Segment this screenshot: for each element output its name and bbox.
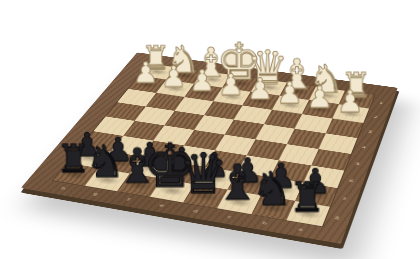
square-a8: ♜ <box>287 201 330 226</box>
rank-label-4: 4 <box>355 138 373 156</box>
chess-board-photo: ♜♞♝♚♛♝♞♜♟♟♟♟♟♟♟♟♟♟♟♟♟♟♟♟♜♞♝♚♛♝♞♜ hgfedcb… <box>0 0 420 259</box>
rank-label-7: 7 <box>334 188 354 209</box>
rank-label-2: 2 <box>367 109 384 125</box>
piece-bN-b8: ♞ <box>252 166 293 212</box>
piece-wP-h2: ♟ <box>133 58 159 87</box>
piece-wP-c2: ♟ <box>276 78 303 108</box>
rank-label-3: 3 <box>361 123 379 140</box>
rank-label-5: 5 <box>349 154 368 173</box>
piece-bR-a8: ♜ <box>289 177 326 218</box>
square-b3 <box>295 114 333 133</box>
piece-wP-g2: ♟ <box>161 62 187 91</box>
piece-wP-f2: ♟ <box>189 66 215 95</box>
chess-board: ♜♞♝♚♛♝♞♜♟♟♟♟♟♟♟♟♟♟♟♟♟♟♟♟♜♞♝♚♛♝♞♜ hgfedcb… <box>21 52 398 243</box>
piece-wP-e2: ♟ <box>218 70 244 99</box>
piece-wP-d2: ♟ <box>247 74 273 104</box>
board-scene: ♜♞♝♚♛♝♞♜♟♟♟♟♟♟♟♟♟♟♟♟♟♟♟♟♜♞♝♚♛♝♞♜ hgfedcb… <box>74 0 374 259</box>
rank-label-1: 1 <box>373 95 390 110</box>
rank-label-8: 8 <box>327 207 348 229</box>
squares-grid: ♜♞♝♚♛♝♞♜♟♟♟♟♟♟♟♟♟♟♟♟♟♟♟♟♜♞♝♚♛♝♞♜ <box>52 63 376 227</box>
piece-wP-b2: ♟ <box>306 82 333 112</box>
piece-wP-a2: ♟ <box>337 86 364 116</box>
rank-label-6: 6 <box>342 171 361 191</box>
